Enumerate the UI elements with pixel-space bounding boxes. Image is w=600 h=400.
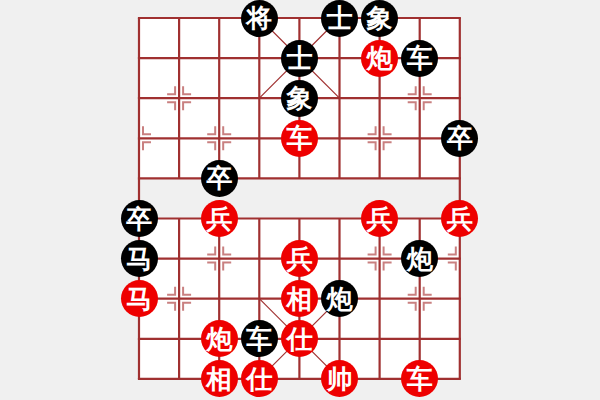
black-cannon[interactable]: 炮 bbox=[401, 240, 438, 277]
black-elephant[interactable]: 象 bbox=[281, 80, 318, 117]
red-horse[interactable]: 马 bbox=[121, 280, 158, 317]
black-advisor[interactable]: 士 bbox=[321, 0, 358, 37]
black-general[interactable]: 将 bbox=[241, 0, 278, 37]
red-soldier[interactable]: 兵 bbox=[361, 200, 398, 237]
red-advisor[interactable]: 仕 bbox=[241, 360, 278, 397]
red-chariot[interactable]: 车 bbox=[281, 120, 318, 157]
black-soldier[interactable]: 卒 bbox=[441, 120, 478, 157]
red-cannon[interactable]: 炮 bbox=[201, 320, 238, 357]
red-soldier[interactable]: 兵 bbox=[281, 240, 318, 277]
black-soldier[interactable]: 卒 bbox=[201, 160, 238, 197]
red-cannon[interactable]: 炮 bbox=[361, 40, 398, 77]
red-advisor[interactable]: 仕 bbox=[281, 320, 318, 357]
red-soldier[interactable]: 兵 bbox=[441, 200, 478, 237]
red-general[interactable]: 帅 bbox=[321, 360, 358, 397]
red-chariot[interactable]: 车 bbox=[401, 360, 438, 397]
red-elephant[interactable]: 相 bbox=[281, 280, 318, 317]
black-advisor[interactable]: 士 bbox=[281, 40, 318, 77]
black-horse[interactable]: 马 bbox=[121, 240, 158, 277]
red-elephant[interactable]: 相 bbox=[201, 360, 238, 397]
xiangqi-board: 将士象士炮车象车卒卒卒兵兵兵马兵炮马相炮炮车仕相仕帅车 bbox=[0, 0, 600, 400]
black-elephant[interactable]: 象 bbox=[361, 0, 398, 37]
black-cannon[interactable]: 炮 bbox=[321, 280, 358, 317]
red-soldier[interactable]: 兵 bbox=[201, 200, 238, 237]
black-chariot[interactable]: 车 bbox=[401, 40, 438, 77]
black-soldier[interactable]: 卒 bbox=[121, 200, 158, 237]
black-chariot[interactable]: 车 bbox=[241, 320, 278, 357]
